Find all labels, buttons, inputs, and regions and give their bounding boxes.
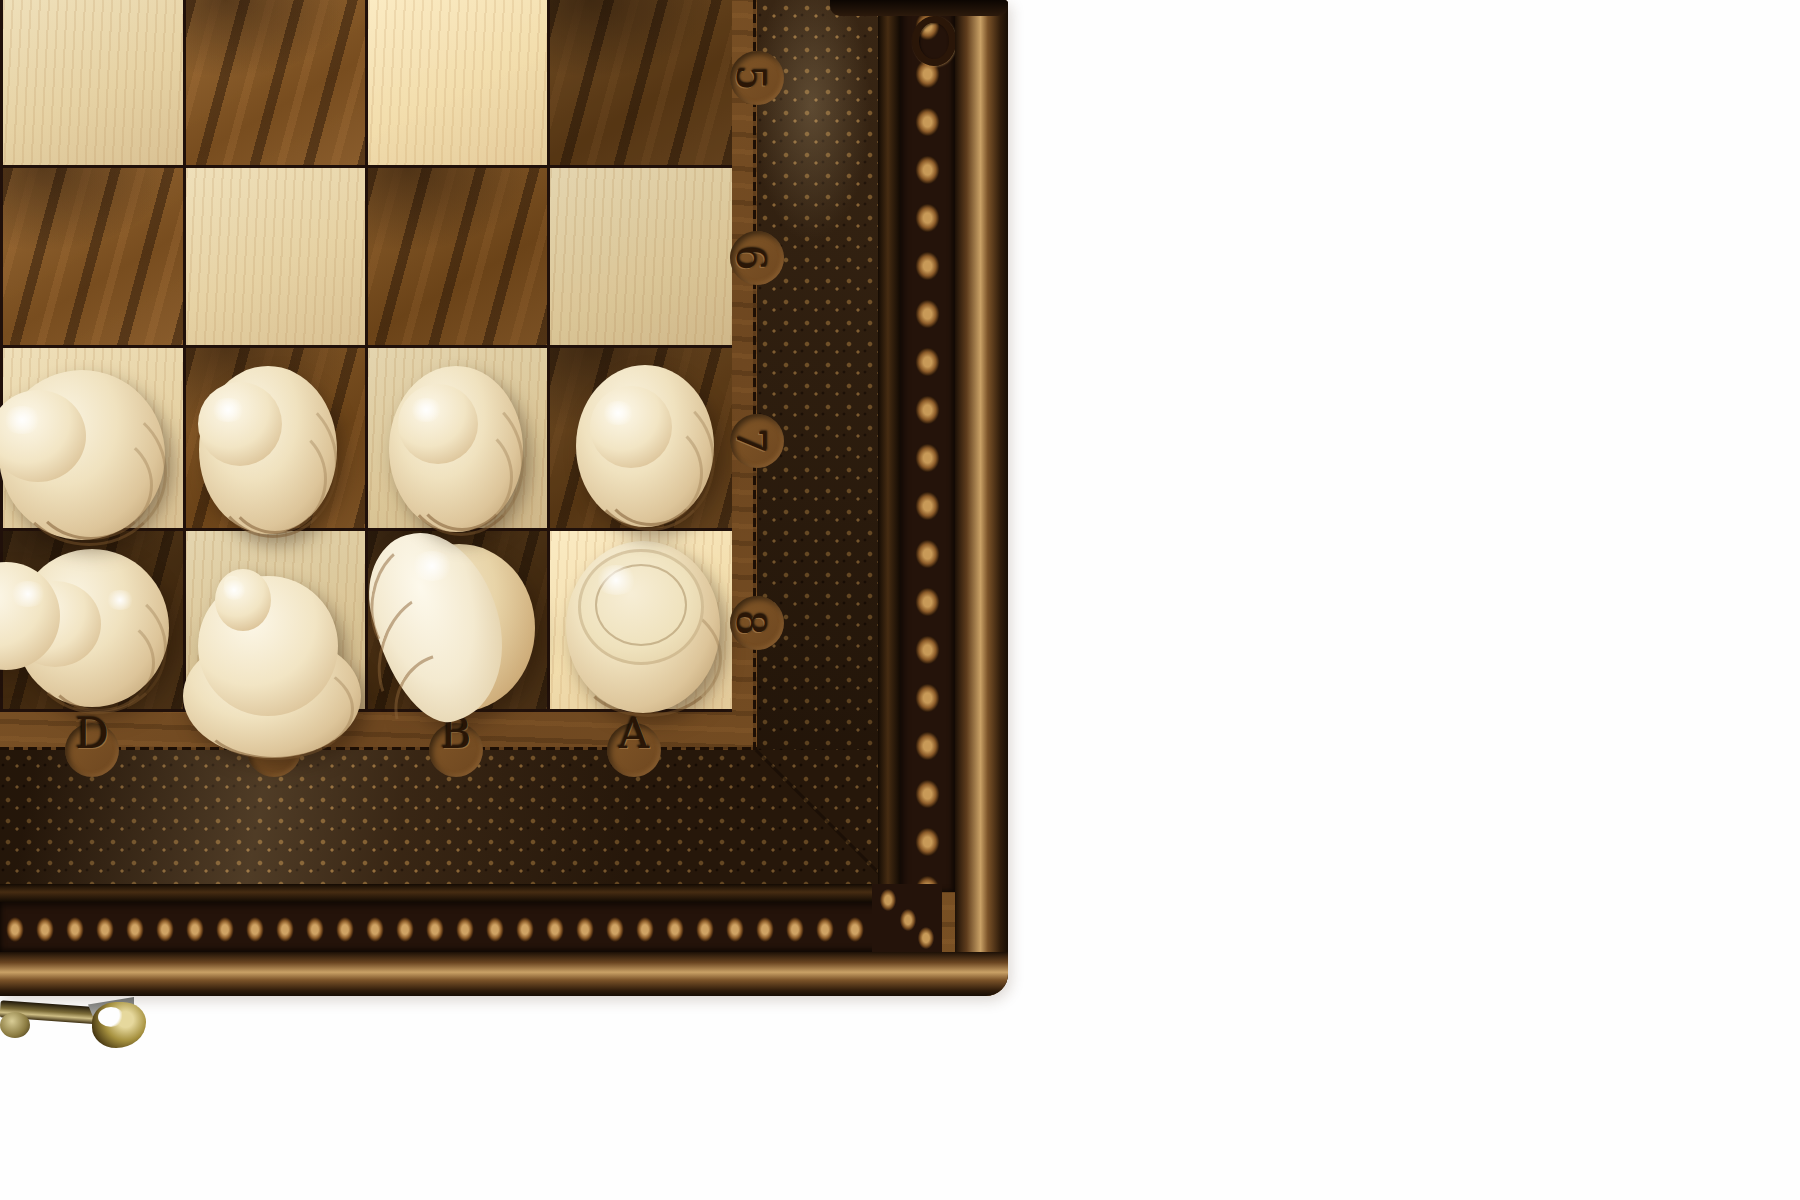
pawn-knob-layer bbox=[590, 386, 672, 468]
square-b6[interactable] bbox=[368, 168, 547, 345]
file-label-a: A bbox=[619, 713, 649, 755]
rank-label-6: 6 bbox=[731, 245, 771, 270]
brass-latch bbox=[0, 994, 160, 1058]
pawn-spec-layer bbox=[2, 406, 42, 434]
latch-end bbox=[0, 1012, 30, 1038]
glossy-edge-bottom bbox=[0, 952, 1008, 996]
square-c6[interactable] bbox=[186, 168, 365, 345]
rank-label-5: 5 bbox=[731, 65, 771, 90]
ring-carving-icon bbox=[912, 16, 956, 66]
square-d5[interactable] bbox=[3, 0, 183, 165]
rank-label-7: 7 bbox=[731, 428, 771, 453]
knight-spec-layer bbox=[410, 551, 454, 581]
square-c5[interactable] bbox=[186, 0, 365, 165]
bead-molding-right bbox=[900, 0, 955, 892]
bishop-knob-layer bbox=[215, 569, 271, 631]
square-a5[interactable] bbox=[550, 0, 732, 165]
file-label-d: D bbox=[75, 713, 109, 755]
pawn-spec-layer bbox=[409, 398, 443, 422]
photo-stage: DCBA5678 bbox=[0, 0, 1800, 1200]
pawn-knob-layer bbox=[398, 384, 478, 464]
bishop-spec-layer bbox=[221, 580, 247, 600]
queen-spec-layer bbox=[105, 590, 135, 610]
square-d6[interactable] bbox=[3, 168, 183, 345]
pawn-spec-layer bbox=[210, 398, 246, 422]
rook-spec-layer bbox=[594, 565, 638, 595]
queen-spec-layer bbox=[9, 581, 47, 607]
latch-hook bbox=[92, 1002, 146, 1048]
rank-label-8: 8 bbox=[731, 610, 771, 635]
groove-bottom bbox=[0, 884, 900, 902]
pawn-knob-layer bbox=[198, 382, 282, 466]
square-a6[interactable] bbox=[550, 168, 732, 345]
pawn-spec-layer bbox=[601, 401, 635, 425]
chess-box: DCBA5678 bbox=[0, 0, 1008, 996]
bead-molding-bottom bbox=[0, 902, 882, 952]
groove-right bbox=[878, 0, 900, 892]
bead-molding-corner bbox=[872, 884, 942, 952]
square-b5[interactable] bbox=[368, 0, 547, 165]
glossy-edge-right bbox=[955, 0, 1008, 996]
hinge-edge bbox=[830, 0, 1008, 16]
